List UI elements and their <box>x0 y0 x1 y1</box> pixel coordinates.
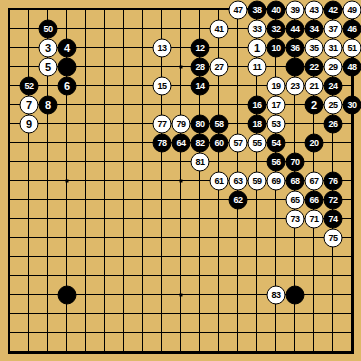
handicap-stone-black <box>286 58 305 77</box>
stone-black-move-4: 4 <box>58 39 77 58</box>
move-number: 24 <box>328 82 337 91</box>
stone-white-move-41: 41 <box>210 20 229 39</box>
move-number: 16 <box>252 101 261 110</box>
stone-black-move-50: 50 <box>39 20 58 39</box>
handicap-stone-black <box>58 286 77 305</box>
stone-white-move-35: 35 <box>305 39 324 58</box>
stone-white-move-13: 13 <box>153 39 172 58</box>
move-number: 20 <box>309 139 318 148</box>
move-number: 9 <box>26 119 32 130</box>
stone-black-move-56: 56 <box>267 153 286 172</box>
stone-black-move-2: 2 <box>305 96 324 115</box>
stone-black-move-46: 46 <box>343 20 361 39</box>
stone-black-move-12: 12 <box>191 39 210 58</box>
stone-black-move-18: 18 <box>248 115 267 134</box>
move-number: 72 <box>328 196 337 205</box>
stone-black-move-10: 10 <box>267 39 286 58</box>
stone-black-move-64: 64 <box>172 134 191 153</box>
move-number: 2 <box>311 100 317 111</box>
stone-white-move-23: 23 <box>286 77 305 96</box>
stone-white-move-15: 15 <box>153 77 172 96</box>
move-number: 27 <box>214 63 223 72</box>
stone-black-move-58: 58 <box>210 115 229 134</box>
move-number: 15 <box>157 82 166 91</box>
move-number: 52 <box>24 82 33 91</box>
stone-white-move-31: 31 <box>324 39 343 58</box>
stone-white-move-57: 57 <box>229 134 248 153</box>
stone-white-move-9: 9 <box>20 115 39 134</box>
handicap-stone-black <box>286 286 305 305</box>
stone-white-move-1: 1 <box>248 39 267 58</box>
move-number: 29 <box>328 63 337 72</box>
move-number: 78 <box>157 139 166 148</box>
move-number: 32 <box>271 25 280 34</box>
stone-black-move-36: 36 <box>286 39 305 58</box>
move-number: 31 <box>328 44 337 53</box>
move-number: 37 <box>328 25 337 34</box>
move-number: 21 <box>309 82 318 91</box>
stone-black-move-32: 32 <box>267 20 286 39</box>
stone-white-move-77: 77 <box>153 115 172 134</box>
stone-black-move-76: 76 <box>324 172 343 191</box>
move-number: 70 <box>290 158 299 167</box>
stone-white-move-59: 59 <box>248 172 267 191</box>
move-number: 47 <box>233 6 242 15</box>
stone-white-move-81: 81 <box>191 153 210 172</box>
move-number: 38 <box>252 6 261 15</box>
stone-black-move-70: 70 <box>286 153 305 172</box>
move-number: 64 <box>176 139 185 148</box>
move-number: 8 <box>45 100 51 111</box>
stone-white-move-33: 33 <box>248 20 267 39</box>
move-number: 17 <box>271 101 280 110</box>
stone-white-move-73: 73 <box>286 210 305 229</box>
stone-white-move-37: 37 <box>324 20 343 39</box>
move-number: 6 <box>64 81 70 92</box>
stone-black-move-20: 20 <box>305 134 324 153</box>
stone-black-move-24: 24 <box>324 77 343 96</box>
move-number: 77 <box>157 120 166 129</box>
move-number: 19 <box>271 82 280 91</box>
move-number: 3 <box>45 43 51 54</box>
stone-white-move-71: 71 <box>305 210 324 229</box>
move-number: 1 <box>254 43 260 54</box>
stone-white-move-19: 19 <box>267 77 286 96</box>
stone-white-move-51: 51 <box>343 39 361 58</box>
stone-white-move-39: 39 <box>286 1 305 20</box>
move-number: 11 <box>253 63 262 72</box>
star-point <box>180 66 183 69</box>
move-number: 81 <box>195 158 204 167</box>
move-number: 14 <box>195 82 204 91</box>
stone-white-move-69: 69 <box>267 172 286 191</box>
stone-black-move-34: 34 <box>305 20 324 39</box>
handicap-stone-black <box>58 58 77 77</box>
stone-black-move-80: 80 <box>191 115 210 134</box>
stone-white-move-3: 3 <box>39 39 58 58</box>
stone-white-move-49: 49 <box>343 1 361 20</box>
move-number: 80 <box>195 120 204 129</box>
move-number: 56 <box>271 158 280 167</box>
move-number: 59 <box>252 177 261 186</box>
stone-black-move-72: 72 <box>324 191 343 210</box>
stone-white-move-25: 25 <box>324 96 343 115</box>
move-number: 58 <box>214 120 223 129</box>
move-number: 22 <box>309 63 318 72</box>
move-number: 74 <box>328 215 337 224</box>
stone-white-move-61: 61 <box>210 172 229 191</box>
move-number: 33 <box>252 25 261 34</box>
star-point <box>180 294 183 297</box>
stone-white-move-47: 47 <box>229 1 248 20</box>
stone-white-move-43: 43 <box>305 1 324 20</box>
stone-black-move-16: 16 <box>248 96 267 115</box>
move-number: 54 <box>271 139 280 148</box>
stone-black-move-60: 60 <box>210 134 229 153</box>
stone-black-move-38: 38 <box>248 1 267 20</box>
move-number: 66 <box>309 196 318 205</box>
stone-white-move-29: 29 <box>324 58 343 77</box>
move-number: 25 <box>328 101 337 110</box>
stone-white-move-27: 27 <box>210 58 229 77</box>
move-number: 62 <box>233 196 242 205</box>
move-number: 60 <box>214 139 223 148</box>
stone-black-move-68: 68 <box>286 172 305 191</box>
move-number: 7 <box>26 100 32 111</box>
stone-black-move-6: 6 <box>58 77 77 96</box>
move-number: 46 <box>347 25 356 34</box>
stone-black-move-66: 66 <box>305 191 324 210</box>
stone-black-move-8: 8 <box>39 96 58 115</box>
stone-white-move-53: 53 <box>267 115 286 134</box>
stone-black-move-42: 42 <box>324 1 343 20</box>
move-number: 51 <box>347 44 356 53</box>
move-number: 13 <box>157 44 166 53</box>
move-number: 43 <box>309 6 318 15</box>
move-number: 83 <box>271 291 280 300</box>
move-number: 5 <box>45 62 51 73</box>
stone-black-move-54: 54 <box>267 134 286 153</box>
stone-white-move-83: 83 <box>267 286 286 305</box>
move-number: 55 <box>252 139 261 148</box>
stone-white-move-75: 75 <box>324 229 343 248</box>
move-number: 48 <box>347 63 356 72</box>
move-number: 4 <box>64 43 70 54</box>
move-number: 75 <box>328 234 337 243</box>
move-number: 73 <box>290 215 299 224</box>
move-number: 23 <box>290 82 299 91</box>
move-number: 71 <box>309 215 318 224</box>
stone-white-move-7: 7 <box>20 96 39 115</box>
stone-white-move-11: 11 <box>248 58 267 77</box>
move-number: 69 <box>271 177 280 186</box>
move-number: 79 <box>176 120 185 129</box>
move-number: 67 <box>309 177 318 186</box>
move-number: 41 <box>214 25 223 34</box>
stone-black-move-82: 82 <box>191 134 210 153</box>
stone-black-move-30: 30 <box>343 96 361 115</box>
move-number: 53 <box>271 120 280 129</box>
move-number: 26 <box>328 120 337 129</box>
stone-black-move-40: 40 <box>267 1 286 20</box>
move-number: 28 <box>195 63 204 72</box>
stone-black-move-26: 26 <box>324 115 343 134</box>
move-number: 40 <box>271 6 280 15</box>
move-number: 49 <box>347 6 356 15</box>
stone-white-move-17: 17 <box>267 96 286 115</box>
stone-black-move-74: 74 <box>324 210 343 229</box>
star-point <box>66 180 69 183</box>
move-number: 44 <box>290 25 299 34</box>
stone-black-move-44: 44 <box>286 20 305 39</box>
star-point <box>180 180 183 183</box>
stone-black-move-52: 52 <box>20 77 39 96</box>
move-number: 34 <box>309 25 318 34</box>
move-number: 61 <box>214 177 223 186</box>
move-number: 30 <box>347 101 356 110</box>
stone-white-move-65: 65 <box>286 191 305 210</box>
move-number: 68 <box>290 177 299 186</box>
move-number: 65 <box>290 196 299 205</box>
stone-white-move-79: 79 <box>172 115 191 134</box>
move-number: 82 <box>195 139 204 148</box>
move-number: 12 <box>195 44 204 53</box>
go-board: 4738403943424950413332443437463413121103… <box>0 0 361 361</box>
stone-white-move-63: 63 <box>229 172 248 191</box>
move-number: 50 <box>43 25 52 34</box>
stone-white-move-55: 55 <box>248 134 267 153</box>
stone-black-move-48: 48 <box>343 58 361 77</box>
stone-black-move-22: 22 <box>305 58 324 77</box>
move-number: 35 <box>309 44 318 53</box>
move-number: 39 <box>290 6 299 15</box>
move-number: 57 <box>233 139 242 148</box>
stone-black-move-28: 28 <box>191 58 210 77</box>
stone-black-move-14: 14 <box>191 77 210 96</box>
move-number: 18 <box>252 120 261 129</box>
move-number: 63 <box>233 177 242 186</box>
move-number: 36 <box>290 44 299 53</box>
move-number: 76 <box>328 177 337 186</box>
move-number: 10 <box>271 44 280 53</box>
stone-black-move-62: 62 <box>229 191 248 210</box>
move-number: 42 <box>328 6 337 15</box>
stone-white-move-5: 5 <box>39 58 58 77</box>
stone-white-move-21: 21 <box>305 77 324 96</box>
stone-black-move-78: 78 <box>153 134 172 153</box>
stone-white-move-67: 67 <box>305 172 324 191</box>
